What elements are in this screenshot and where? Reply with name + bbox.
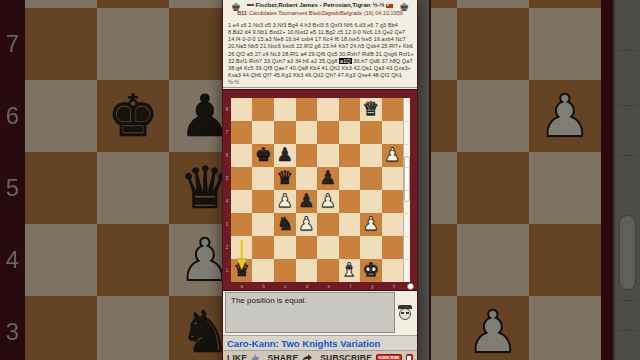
square-h5[interactable] — [382, 167, 404, 190]
move-line[interactable]: 1.e4 c6 2.Nc3 d5 3.Nf3 Bg4 4.h3 Bxf3 5.Q… — [228, 22, 413, 29]
like-label[interactable]: LIKE — [227, 353, 247, 360]
game-header: ♚ ♚ Fischer,Robert James - Petrosian,Tig… — [223, 0, 417, 20]
board-corner-button[interactable] — [407, 283, 414, 290]
square-f5[interactable] — [339, 167, 361, 190]
file-label-d: d — [296, 282, 318, 291]
square-g4[interactable] — [360, 190, 382, 213]
square-b7 — [97, 8, 169, 80]
square-f7[interactable] — [339, 121, 361, 144]
rank-label-2: 2 — [223, 236, 231, 259]
square-b3[interactable] — [252, 213, 274, 236]
square-d6[interactable] — [296, 144, 318, 167]
file-label-g: g — [362, 282, 384, 291]
share-arrow-icon[interactable] — [302, 353, 312, 360]
background-rank-label-3: 3 — [0, 318, 25, 346]
share-label[interactable]: SHARE — [268, 353, 299, 360]
background-scrollbar-outer — [613, 0, 640, 360]
square-g3[interactable]: ♟ — [360, 213, 382, 236]
square-h1[interactable] — [382, 259, 404, 282]
background-rank-strip: 87654321 — [0, 0, 25, 360]
square-g5 — [457, 152, 529, 224]
slider-tick — [405, 213, 409, 214]
square-a7 — [25, 8, 97, 80]
rank-label-6: 6 — [223, 144, 231, 167]
scrollbar-tick — [618, 155, 637, 156]
players-names: Fischer,Robert James - Petrosian,Tigran — [256, 2, 371, 9]
black-pawn[interactable]: ♟ — [276, 146, 293, 165]
square-g8: ♛ — [457, 0, 529, 8]
square-b6: ♚ — [97, 80, 169, 152]
white-queen: ♛ — [467, 0, 519, 1]
rank-label-5: 5 — [223, 167, 231, 190]
square-g3: ♟ — [457, 296, 529, 360]
file-labels: abcdefgh — [231, 282, 405, 291]
square-g6 — [457, 80, 529, 152]
square-b8[interactable] — [252, 98, 274, 121]
square-c7[interactable] — [274, 121, 296, 144]
square-d8[interactable] — [296, 98, 318, 121]
file-label-h: h — [383, 282, 405, 291]
square-a8[interactable] — [231, 98, 253, 121]
square-a5 — [25, 152, 97, 224]
chess-kings-icon: ♚ — [399, 2, 409, 13]
square-h6: ♟ — [529, 80, 601, 152]
move-slider-thumb[interactable] — [404, 156, 410, 202]
square-h2[interactable] — [382, 236, 404, 259]
rank-label-7: 7 — [223, 121, 231, 144]
file-label-f: f — [340, 282, 362, 291]
move-slider[interactable] — [403, 98, 410, 282]
game-result: ½-½ — [372, 2, 384, 9]
square-e3[interactable] — [317, 213, 339, 236]
square-e4[interactable]: ♟ — [317, 190, 339, 213]
square-c8[interactable] — [274, 98, 296, 121]
coach-icon — [398, 304, 412, 321]
square-a3[interactable] — [231, 213, 253, 236]
subscribe-label[interactable]: SUBSCRIBE — [320, 353, 372, 360]
square-e7[interactable] — [317, 121, 339, 144]
square-h4[interactable] — [382, 190, 404, 213]
black-pawn[interactable]: ♟ — [319, 169, 336, 188]
opening-name: Caro-Kann: Two Knights Variation — [223, 335, 417, 350]
background-rank-label-5: 5 — [0, 174, 25, 202]
square-b2[interactable] — [252, 236, 274, 259]
board-border-top — [223, 89, 417, 98]
move-line[interactable]: Kxa3 44.Qh6 Qf7 45.Kg2 Kb3 46.Qd2 Qh7 47… — [228, 72, 413, 79]
scrollbar-tick — [618, 50, 637, 51]
background-board-border — [601, 0, 613, 360]
square-a2[interactable] — [231, 236, 253, 259]
move-line[interactable]: 8.Bd2 d4 9.Nb1 Bxd2+ 10.Nxd2 e5 11.Bg2 c… — [228, 29, 413, 36]
square-g1[interactable]: ♚ — [360, 259, 382, 282]
slider-tick — [405, 167, 409, 168]
square-b8 — [97, 0, 169, 8]
white-queen[interactable]: ♛ — [363, 100, 380, 119]
square-a7[interactable] — [231, 121, 253, 144]
square-g7[interactable] — [360, 121, 382, 144]
subscribe-button[interactable]: SUBSCRIBE — [376, 354, 402, 360]
square-g7 — [457, 8, 529, 80]
slider-tick — [405, 121, 409, 122]
scrollbar-tick — [618, 330, 637, 331]
black-queen[interactable]: ♛ — [276, 169, 293, 188]
square-e2[interactable] — [317, 236, 339, 259]
square-d1[interactable] — [296, 259, 318, 282]
square-c4[interactable]: ♟ — [274, 190, 296, 213]
square-c1[interactable] — [274, 259, 296, 282]
square-h3[interactable] — [382, 213, 404, 236]
square-c6[interactable]: ♟ — [274, 144, 296, 167]
square-h6[interactable]: ♟ — [382, 144, 404, 167]
square-f4[interactable] — [339, 190, 361, 213]
square-g2[interactable] — [360, 236, 382, 259]
board-border-bottom: abcdefgh — [223, 282, 417, 291]
black-king: ♚ — [107, 87, 159, 145]
square-a5[interactable] — [231, 167, 253, 190]
move-line[interactable]: 26.Qf2 a5 27.c4 Nc3 28.Rf1 a4 29.Qf6 Qc5… — [228, 51, 413, 58]
thumbs-up-icon[interactable] — [251, 353, 259, 360]
game-panel: ♚ ♚ Fischer,Robert James - Petrosian,Tig… — [222, 0, 418, 360]
black-queen[interactable]: ♛ — [233, 261, 250, 280]
scrollbar-tick — [618, 105, 637, 106]
square-b5 — [97, 152, 169, 224]
evaluation-text: The position is equal. — [225, 292, 395, 334]
square-f2[interactable] — [339, 236, 361, 259]
square-h3 — [529, 296, 601, 360]
white-pawn[interactable]: ♟ — [363, 215, 380, 234]
move-line[interactable]: 20.Na5 Nb5 21.Nxc6 bxc6 22.Rf2 g6 23.h4 … — [228, 43, 413, 50]
square-a3 — [25, 296, 97, 360]
white-pawn[interactable]: ♟ — [298, 215, 315, 234]
square-h5 — [529, 152, 601, 224]
file-label-a: a — [231, 282, 253, 291]
square-b4 — [97, 224, 169, 296]
scrollbar-tick — [618, 300, 637, 301]
black-pawn[interactable]: ♟ — [298, 192, 315, 211]
black-king[interactable]: ♚ — [255, 146, 272, 165]
move-list[interactable]: 1.e4 c6 2.Nc3 d5 3.Nf3 Bg4 4.h3 Bxf3 5.Q… — [223, 20, 417, 87]
file-label-e: e — [318, 282, 340, 291]
square-f3[interactable] — [339, 213, 361, 236]
file-label-b: b — [253, 282, 275, 291]
slider-tick — [405, 259, 409, 260]
rank-labels: 87654321 — [223, 98, 231, 282]
background-rank-label-4: 4 — [0, 246, 25, 274]
rank-label-3: 3 — [223, 213, 231, 236]
ussr-flag-icon — [386, 4, 393, 8]
slider-tick — [405, 190, 409, 191]
square-h8 — [529, 0, 601, 8]
background-scrollbar-inner — [418, 0, 431, 360]
rank-label-1: 1 — [223, 259, 231, 282]
square-c3[interactable]: ♞ — [274, 213, 296, 236]
white-bishop[interactable]: ♝ — [341, 261, 358, 280]
square-g5[interactable] — [360, 167, 382, 190]
evaluation-panel: The position is equal. — [223, 291, 417, 336]
square-b1[interactable] — [252, 259, 274, 282]
scrollbar-thumb — [619, 215, 636, 290]
social-bar: LIKE SHARE SUBSCRIBE SUBSCRIBE — [223, 350, 417, 360]
current-move[interactable]: a1Q — [339, 58, 352, 64]
square-a4[interactable] — [231, 190, 253, 213]
rank-label-4: 4 — [223, 190, 231, 213]
square-d3[interactable]: ♟ — [296, 213, 318, 236]
square-h8[interactable] — [382, 98, 404, 121]
board-border-right — [410, 98, 417, 282]
us-flag-icon — [247, 4, 254, 8]
slider-tick — [405, 144, 409, 145]
move-line[interactable]: 14.f4 0-0-0 15.a3 Ne8 16.b4 cxb4 17.Nc4 … — [228, 36, 413, 43]
square-e6[interactable] — [317, 144, 339, 167]
square-h4 — [529, 224, 601, 296]
square-a6[interactable] — [231, 144, 253, 167]
white-pawn[interactable]: ♟ — [384, 146, 401, 165]
square-g8[interactable]: ♛ — [360, 98, 382, 121]
square-d5[interactable] — [296, 167, 318, 190]
square-g6[interactable] — [360, 144, 382, 167]
event-line: Candidates Tournament Bled/Zagreb/Belgra… — [249, 10, 403, 16]
youtube-app-icon[interactable] — [406, 354, 413, 360]
square-b3 — [97, 296, 169, 360]
black-knight[interactable]: ♞ — [276, 215, 293, 234]
white-pawn[interactable]: ♟ — [276, 192, 293, 211]
square-f1[interactable]: ♝ — [339, 259, 361, 282]
square-a4 — [25, 224, 97, 296]
square-f6[interactable] — [339, 144, 361, 167]
file-label-c: c — [275, 282, 297, 291]
white-pawn: ♟ — [539, 87, 591, 145]
move-line[interactable]: 38.g4 Kc5 39.Qf8 Qae7 40.Qa8 Kb4 41.Qh2 … — [228, 65, 413, 72]
slider-tick — [405, 236, 409, 237]
square-b4[interactable] — [252, 190, 274, 213]
move-line[interactable]: ½-½ — [228, 79, 413, 86]
square-a1[interactable]: ♛ — [231, 259, 253, 282]
square-h7 — [529, 8, 601, 80]
square-h7[interactable] — [382, 121, 404, 144]
background-rank-label-7: 7 — [0, 30, 25, 58]
square-b5[interactable] — [252, 167, 274, 190]
chess-board[interactable]: ♛♚♟♟♛♟♟♟♟♞♟♟♛♝♚ — [231, 98, 403, 282]
square-b6[interactable]: ♚ — [252, 144, 274, 167]
square-d2[interactable] — [296, 236, 318, 259]
white-king[interactable]: ♚ — [363, 261, 380, 280]
square-d4[interactable]: ♟ — [296, 190, 318, 213]
white-pawn[interactable]: ♟ — [319, 192, 336, 211]
square-e5[interactable]: ♟ — [317, 167, 339, 190]
square-c5[interactable]: ♛ — [274, 167, 296, 190]
square-d7[interactable] — [296, 121, 318, 144]
chess-kings-icon: ♚ — [231, 2, 241, 13]
square-a6 — [25, 80, 97, 152]
square-e8[interactable] — [317, 98, 339, 121]
square-a8 — [25, 0, 97, 8]
move-line[interactable]: 32.Bxf1 Rxh7 33.Qxh7 a3 34.h6 a2 35.Qg8 … — [228, 58, 413, 65]
white-pawn: ♟ — [467, 303, 519, 360]
square-e1[interactable] — [317, 259, 339, 282]
rank-label-8: 8 — [223, 98, 231, 121]
square-b7[interactable] — [252, 121, 274, 144]
video-frame: ♛♚♟♟♛♟♟♟♟♞♟♟♛♝♚ 87654321 ♚ ♚ Fischer,Rob… — [0, 0, 640, 360]
background-rank-label-6: 6 — [0, 102, 25, 130]
square-c2[interactable] — [274, 236, 296, 259]
square-g4 — [457, 224, 529, 296]
square-f8[interactable] — [339, 98, 361, 121]
